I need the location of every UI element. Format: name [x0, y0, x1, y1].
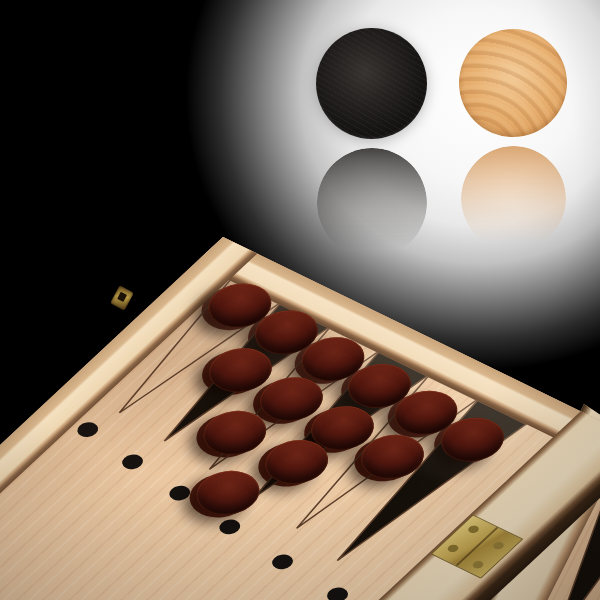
dot-marker [323, 585, 352, 600]
dot-marker [268, 552, 297, 572]
black-checker-reflection [317, 148, 427, 258]
display-checker-black[interactable] [316, 28, 427, 139]
natural-checker-reflection [461, 146, 566, 251]
product-photo-scene [0, 0, 600, 600]
dot-marker [215, 517, 244, 537]
dot-marker [73, 420, 102, 440]
display-checker-natural[interactable] [459, 29, 567, 137]
dot-marker [118, 452, 147, 472]
dot-marker [165, 483, 194, 503]
